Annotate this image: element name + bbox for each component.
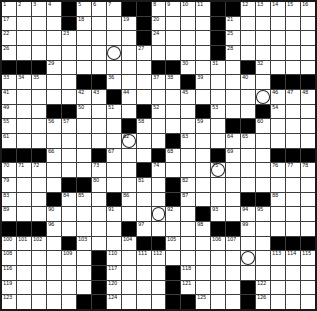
grid-cell[interactable]: 94 xyxy=(241,207,255,221)
grid-cell[interactable] xyxy=(226,281,240,295)
grid-cell[interactable]: 125 xyxy=(196,295,210,309)
grid-cell[interactable] xyxy=(17,31,31,45)
grid-cell[interactable] xyxy=(256,222,270,236)
grid-cell[interactable]: 36 xyxy=(107,75,121,89)
grid-cell[interactable]: 115 xyxy=(301,251,315,265)
grid-cell[interactable]: 52 xyxy=(152,105,166,119)
grid-cell[interactable] xyxy=(301,266,315,280)
grid-cell[interactable] xyxy=(17,134,31,148)
grid-cell[interactable] xyxy=(152,281,166,295)
grid-cell[interactable] xyxy=(62,222,76,236)
grid-cell[interactable] xyxy=(62,46,76,60)
grid-cell[interactable] xyxy=(92,207,106,221)
grid-cell[interactable] xyxy=(32,251,46,265)
grid-cell[interactable] xyxy=(271,134,285,148)
grid-cell[interactable]: 123 xyxy=(2,295,16,309)
grid-cell[interactable] xyxy=(47,31,61,45)
grid-cell[interactable]: 37 xyxy=(152,75,166,89)
grid-cell[interactable] xyxy=(107,119,121,133)
grid-cell[interactable] xyxy=(301,31,315,45)
grid-cell[interactable]: 80 xyxy=(92,178,106,192)
grid-cell[interactable]: 48 xyxy=(301,90,315,104)
grid-cell[interactable] xyxy=(122,149,136,163)
grid-cell[interactable] xyxy=(301,222,315,236)
grid-cell[interactable]: 46 xyxy=(271,90,285,104)
grid-cell[interactable]: 91 xyxy=(107,207,121,221)
grid-cell[interactable]: 4 xyxy=(47,2,61,16)
grid-cell[interactable]: 105 xyxy=(166,237,180,251)
grid-cell[interactable] xyxy=(32,17,46,31)
grid-cell[interactable]: 98 xyxy=(196,222,210,236)
grid-cell[interactable]: 10 xyxy=(181,2,195,16)
grid-cell[interactable] xyxy=(241,149,255,163)
grid-cell[interactable] xyxy=(92,237,106,251)
grid-cell[interactable] xyxy=(286,222,300,236)
grid-cell[interactable] xyxy=(226,75,240,89)
grid-cell[interactable] xyxy=(152,178,166,192)
grid-cell[interactable]: 21 xyxy=(226,17,240,31)
grid-cell[interactable]: 27 xyxy=(137,46,151,60)
grid-cell[interactable] xyxy=(17,251,31,265)
grid-cell[interactable] xyxy=(196,281,210,295)
grid-cell[interactable]: 111 xyxy=(137,251,151,265)
grid-cell[interactable] xyxy=(301,105,315,119)
grid-cell[interactable] xyxy=(137,281,151,295)
grid-cell[interactable]: 44 xyxy=(122,90,136,104)
grid-cell[interactable] xyxy=(122,105,136,119)
grid-cell[interactable] xyxy=(137,266,151,280)
grid-cell[interactable]: 66 xyxy=(47,149,61,163)
grid-cell[interactable]: 34 xyxy=(17,75,31,89)
grid-cell[interactable] xyxy=(17,105,31,119)
grid-cell[interactable] xyxy=(92,46,106,60)
grid-cell[interactable] xyxy=(92,31,106,45)
grid-cell[interactable] xyxy=(92,193,106,207)
grid-cell[interactable] xyxy=(62,61,76,75)
grid-cell[interactable]: 81 xyxy=(137,178,151,192)
grid-cell[interactable] xyxy=(122,31,136,45)
grid-cell[interactable] xyxy=(196,163,210,177)
grid-cell[interactable] xyxy=(196,237,210,251)
grid-cell[interactable] xyxy=(256,31,270,45)
grid-cell[interactable] xyxy=(32,119,46,133)
grid-cell[interactable] xyxy=(17,266,31,280)
grid-cell[interactable] xyxy=(181,251,195,265)
grid-cell[interactable]: 45 xyxy=(181,90,195,104)
grid-cell[interactable] xyxy=(166,17,180,31)
grid-cell[interactable] xyxy=(152,207,166,221)
grid-cell[interactable]: 28 xyxy=(226,46,240,60)
grid-cell[interactable]: 23 xyxy=(62,31,76,45)
grid-cell[interactable]: 59 xyxy=(196,119,210,133)
grid-cell[interactable] xyxy=(166,31,180,45)
grid-cell[interactable] xyxy=(271,222,285,236)
grid-cell[interactable]: 112 xyxy=(152,251,166,265)
grid-cell[interactable]: 73 xyxy=(92,163,106,177)
grid-cell[interactable] xyxy=(226,251,240,265)
grid-cell[interactable]: 96 xyxy=(47,222,61,236)
grid-cell[interactable] xyxy=(301,295,315,309)
grid-cell[interactable] xyxy=(166,46,180,60)
grid-cell[interactable]: 68 xyxy=(166,149,180,163)
grid-cell[interactable] xyxy=(196,251,210,265)
grid-cell[interactable]: 42 xyxy=(77,90,91,104)
grid-cell[interactable] xyxy=(122,75,136,89)
grid-cell[interactable]: 104 xyxy=(122,237,136,251)
grid-cell[interactable] xyxy=(286,119,300,133)
grid-cell[interactable] xyxy=(17,119,31,133)
grid-cell[interactable] xyxy=(137,75,151,89)
grid-cell[interactable]: 18 xyxy=(77,17,91,31)
grid-cell[interactable] xyxy=(17,295,31,309)
grid-cell[interactable]: 74 xyxy=(152,163,166,177)
grid-cell[interactable] xyxy=(122,61,136,75)
grid-cell[interactable] xyxy=(62,266,76,280)
grid-cell[interactable] xyxy=(32,134,46,148)
grid-cell[interactable]: 86 xyxy=(122,193,136,207)
grid-cell[interactable]: 84 xyxy=(62,193,76,207)
grid-cell[interactable] xyxy=(166,119,180,133)
grid-cell[interactable]: 64 xyxy=(226,134,240,148)
grid-cell[interactable] xyxy=(137,295,151,309)
grid-cell[interactable] xyxy=(181,163,195,177)
grid-cell[interactable]: 61 xyxy=(2,134,16,148)
grid-cell[interactable] xyxy=(77,119,91,133)
grid-cell[interactable] xyxy=(152,222,166,236)
grid-cell[interactable] xyxy=(241,266,255,280)
grid-cell[interactable] xyxy=(92,61,106,75)
grid-cell[interactable] xyxy=(152,90,166,104)
grid-cell[interactable] xyxy=(62,75,76,89)
grid-cell[interactable]: 95 xyxy=(256,207,270,221)
grid-cell[interactable] xyxy=(211,90,225,104)
grid-cell[interactable] xyxy=(77,207,91,221)
grid-cell[interactable]: 87 xyxy=(181,193,195,207)
grid-cell[interactable]: 50 xyxy=(77,105,91,119)
grid-cell[interactable] xyxy=(286,134,300,148)
grid-cell[interactable] xyxy=(62,163,76,177)
grid-cell[interactable] xyxy=(211,251,225,265)
grid-cell[interactable]: 47 xyxy=(286,90,300,104)
grid-cell[interactable] xyxy=(47,281,61,295)
grid-cell[interactable]: 82 xyxy=(181,178,195,192)
grid-cell[interactable] xyxy=(47,266,61,280)
grid-cell[interactable] xyxy=(32,295,46,309)
grid-cell[interactable]: 8 xyxy=(152,2,166,16)
grid-cell[interactable]: 83 xyxy=(2,193,16,207)
grid-cell[interactable] xyxy=(271,266,285,280)
grid-cell[interactable] xyxy=(122,281,136,295)
grid-cell[interactable] xyxy=(196,178,210,192)
grid-cell[interactable] xyxy=(77,31,91,45)
grid-cell[interactable]: 35 xyxy=(32,75,46,89)
grid-cell[interactable] xyxy=(181,207,195,221)
grid-cell[interactable] xyxy=(122,207,136,221)
grid-cell[interactable]: 62 xyxy=(122,134,136,148)
grid-cell[interactable] xyxy=(271,178,285,192)
grid-cell[interactable]: 16 xyxy=(301,2,315,16)
grid-cell[interactable] xyxy=(122,251,136,265)
grid-cell[interactable]: 57 xyxy=(62,119,76,133)
grid-cell[interactable]: 38 xyxy=(166,75,180,89)
grid-cell[interactable]: 100 xyxy=(2,237,16,251)
grid-cell[interactable]: 67 xyxy=(107,149,121,163)
grid-cell[interactable]: 26 xyxy=(2,46,16,60)
grid-cell[interactable] xyxy=(241,178,255,192)
grid-cell[interactable] xyxy=(137,90,151,104)
grid-cell[interactable]: 6 xyxy=(92,2,106,16)
grid-cell[interactable]: 20 xyxy=(152,17,166,31)
grid-cell[interactable] xyxy=(196,61,210,75)
grid-cell[interactable] xyxy=(62,207,76,221)
grid-cell[interactable] xyxy=(196,17,210,31)
grid-cell[interactable] xyxy=(166,90,180,104)
grid-cell[interactable] xyxy=(241,237,255,251)
grid-cell[interactable] xyxy=(286,193,300,207)
grid-cell[interactable]: 30 xyxy=(181,61,195,75)
grid-cell[interactable] xyxy=(77,281,91,295)
grid-cell[interactable] xyxy=(32,31,46,45)
grid-cell[interactable] xyxy=(122,163,136,177)
grid-cell[interactable]: 113 xyxy=(271,251,285,265)
grid-cell[interactable] xyxy=(286,31,300,45)
grid-cell[interactable] xyxy=(107,222,121,236)
grid-cell[interactable]: 12 xyxy=(241,2,255,16)
grid-cell[interactable]: 124 xyxy=(107,295,121,309)
grid-cell[interactable] xyxy=(286,207,300,221)
grid-cell[interactable] xyxy=(271,17,285,31)
grid-cell[interactable] xyxy=(152,119,166,133)
grid-cell[interactable] xyxy=(77,222,91,236)
grid-cell[interactable] xyxy=(92,105,106,119)
grid-cell[interactable] xyxy=(241,46,255,60)
grid-cell[interactable] xyxy=(107,237,121,251)
grid-cell[interactable] xyxy=(62,281,76,295)
grid-cell[interactable] xyxy=(152,46,166,60)
grid-cell[interactable] xyxy=(32,193,46,207)
grid-cell[interactable] xyxy=(256,90,270,104)
grid-cell[interactable] xyxy=(241,105,255,119)
grid-cell[interactable] xyxy=(256,46,270,60)
grid-cell[interactable] xyxy=(211,281,225,295)
grid-cell[interactable]: 118 xyxy=(181,266,195,280)
grid-cell[interactable] xyxy=(241,31,255,45)
grid-cell[interactable] xyxy=(77,266,91,280)
grid-cell[interactable] xyxy=(77,61,91,75)
grid-cell[interactable] xyxy=(226,266,240,280)
grid-cell[interactable] xyxy=(107,17,121,31)
grid-cell[interactable]: 2 xyxy=(17,2,31,16)
grid-cell[interactable] xyxy=(196,193,210,207)
grid-cell[interactable] xyxy=(301,134,315,148)
grid-cell[interactable] xyxy=(226,178,240,192)
grid-cell[interactable] xyxy=(137,193,151,207)
grid-cell[interactable]: 76 xyxy=(271,163,285,177)
grid-cell[interactable] xyxy=(137,207,151,221)
grid-cell[interactable] xyxy=(181,17,195,31)
grid-cell[interactable] xyxy=(301,178,315,192)
grid-cell[interactable]: 43 xyxy=(92,90,106,104)
grid-cell[interactable]: 29 xyxy=(47,61,61,75)
grid-cell[interactable]: 70 xyxy=(2,163,16,177)
grid-cell[interactable]: 89 xyxy=(2,207,16,221)
grid-cell[interactable]: 69 xyxy=(226,149,240,163)
grid-cell[interactable] xyxy=(107,46,121,60)
grid-cell[interactable]: 22 xyxy=(2,31,16,45)
grid-cell[interactable]: 60 xyxy=(256,119,270,133)
grid-cell[interactable]: 31 xyxy=(211,61,225,75)
grid-cell[interactable] xyxy=(256,163,270,177)
grid-cell[interactable] xyxy=(301,119,315,133)
grid-cell[interactable]: 14 xyxy=(271,2,285,16)
grid-cell[interactable] xyxy=(77,46,91,60)
grid-cell[interactable] xyxy=(32,266,46,280)
grid-cell[interactable] xyxy=(286,17,300,31)
grid-cell[interactable] xyxy=(181,119,195,133)
grid-cell[interactable] xyxy=(107,163,121,177)
grid-cell[interactable] xyxy=(137,61,151,75)
grid-cell[interactable]: 120 xyxy=(107,281,121,295)
grid-cell[interactable] xyxy=(301,281,315,295)
grid-cell[interactable]: 85 xyxy=(77,193,91,207)
grid-cell[interactable] xyxy=(301,61,315,75)
grid-cell[interactable] xyxy=(152,193,166,207)
grid-cell[interactable] xyxy=(271,295,285,309)
grid-cell[interactable] xyxy=(47,237,61,251)
grid-cell[interactable]: 78 xyxy=(301,163,315,177)
grid-cell[interactable] xyxy=(271,119,285,133)
grid-cell[interactable] xyxy=(211,193,225,207)
grid-cell[interactable] xyxy=(122,178,136,192)
grid-cell[interactable]: 7 xyxy=(107,2,121,16)
grid-cell[interactable] xyxy=(226,163,240,177)
grid-cell[interactable]: 107 xyxy=(226,237,240,251)
grid-cell[interactable] xyxy=(241,251,255,265)
grid-cell[interactable]: 92 xyxy=(166,207,180,221)
grid-cell[interactable]: 75 xyxy=(211,163,225,177)
grid-cell[interactable] xyxy=(256,251,270,265)
grid-cell[interactable] xyxy=(122,266,136,280)
grid-cell[interactable] xyxy=(77,134,91,148)
grid-cell[interactable] xyxy=(241,90,255,104)
grid-cell[interactable] xyxy=(301,193,315,207)
grid-cell[interactable]: 116 xyxy=(2,266,16,280)
grid-cell[interactable]: 109 xyxy=(62,251,76,265)
grid-cell[interactable] xyxy=(77,163,91,177)
grid-cell[interactable] xyxy=(271,46,285,60)
grid-cell[interactable] xyxy=(256,149,270,163)
grid-cell[interactable] xyxy=(301,46,315,60)
grid-cell[interactable]: 103 xyxy=(77,237,91,251)
grid-cell[interactable] xyxy=(181,46,195,60)
grid-cell[interactable] xyxy=(107,61,121,75)
grid-cell[interactable] xyxy=(137,134,151,148)
grid-cell[interactable] xyxy=(17,207,31,221)
grid-cell[interactable] xyxy=(196,134,210,148)
grid-cell[interactable] xyxy=(256,75,270,89)
grid-cell[interactable] xyxy=(286,46,300,60)
grid-cell[interactable] xyxy=(271,207,285,221)
grid-cell[interactable]: 122 xyxy=(256,281,270,295)
grid-cell[interactable]: 126 xyxy=(256,295,270,309)
grid-cell[interactable] xyxy=(211,134,225,148)
grid-cell[interactable]: 117 xyxy=(107,266,121,280)
grid-cell[interactable]: 1 xyxy=(2,2,16,16)
grid-cell[interactable] xyxy=(271,31,285,45)
grid-cell[interactable] xyxy=(47,75,61,89)
grid-cell[interactable] xyxy=(62,134,76,148)
grid-cell[interactable] xyxy=(47,251,61,265)
grid-cell[interactable]: 101 xyxy=(17,237,31,251)
grid-cell[interactable]: 71 xyxy=(17,163,31,177)
grid-cell[interactable]: 13 xyxy=(256,2,270,16)
grid-cell[interactable] xyxy=(32,178,46,192)
grid-cell[interactable]: 5 xyxy=(77,2,91,16)
grid-cell[interactable] xyxy=(122,295,136,309)
grid-cell[interactable] xyxy=(107,178,121,192)
grid-cell[interactable] xyxy=(92,222,106,236)
grid-cell[interactable] xyxy=(211,295,225,309)
grid-cell[interactable] xyxy=(181,237,195,251)
grid-cell[interactable]: 79 xyxy=(2,178,16,192)
grid-cell[interactable] xyxy=(107,31,121,45)
grid-cell[interactable] xyxy=(256,17,270,31)
grid-cell[interactable] xyxy=(62,90,76,104)
grid-cell[interactable] xyxy=(166,251,180,265)
grid-cell[interactable] xyxy=(92,17,106,31)
grid-cell[interactable] xyxy=(32,207,46,221)
grid-cell[interactable] xyxy=(17,281,31,295)
grid-cell[interactable] xyxy=(17,46,31,60)
grid-cell[interactable] xyxy=(196,46,210,60)
grid-cell[interactable]: 58 xyxy=(137,119,151,133)
grid-cell[interactable]: 55 xyxy=(2,119,16,133)
grid-cell[interactable] xyxy=(301,17,315,31)
grid-cell[interactable]: 41 xyxy=(2,90,16,104)
grid-cell[interactable] xyxy=(271,61,285,75)
grid-cell[interactable]: 39 xyxy=(196,75,210,89)
grid-cell[interactable]: 108 xyxy=(2,251,16,265)
grid-cell[interactable] xyxy=(226,207,240,221)
grid-cell[interactable] xyxy=(196,31,210,45)
grid-cell[interactable]: 33 xyxy=(2,75,16,89)
grid-cell[interactable] xyxy=(47,134,61,148)
grid-cell[interactable] xyxy=(181,149,195,163)
grid-cell[interactable] xyxy=(226,61,240,75)
grid-cell[interactable] xyxy=(32,46,46,60)
grid-cell[interactable] xyxy=(286,61,300,75)
grid-cell[interactable] xyxy=(166,222,180,236)
grid-cell[interactable] xyxy=(47,178,61,192)
grid-cell[interactable] xyxy=(152,295,166,309)
grid-cell[interactable] xyxy=(196,149,210,163)
grid-cell[interactable]: 56 xyxy=(47,119,61,133)
grid-cell[interactable] xyxy=(226,193,240,207)
grid-cell[interactable]: 88 xyxy=(271,193,285,207)
grid-cell[interactable] xyxy=(32,281,46,295)
grid-cell[interactable] xyxy=(77,149,91,163)
grid-cell[interactable] xyxy=(62,295,76,309)
grid-cell[interactable]: 121 xyxy=(181,281,195,295)
grid-cell[interactable] xyxy=(62,149,76,163)
grid-cell[interactable] xyxy=(286,281,300,295)
grid-cell[interactable] xyxy=(211,75,225,89)
grid-cell[interactable] xyxy=(181,105,195,119)
grid-cell[interactable] xyxy=(166,105,180,119)
grid-cell[interactable] xyxy=(286,266,300,280)
grid-cell[interactable]: 72 xyxy=(32,163,46,177)
grid-cell[interactable] xyxy=(286,105,300,119)
